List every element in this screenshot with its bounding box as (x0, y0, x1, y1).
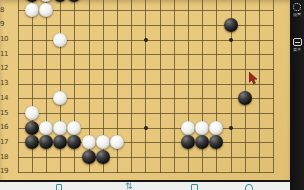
white-stone (25, 3, 39, 17)
row-coordinate-label: 17 (0, 139, 13, 146)
row-coordinate-label: 18 (0, 154, 13, 161)
grid-vline (131, 0, 132, 173)
grid-vline (273, 0, 274, 173)
black-stone (181, 135, 195, 149)
black-stone (195, 135, 209, 149)
black-stone (67, 135, 81, 149)
gear-icon (293, 3, 301, 11)
grid-vline (245, 0, 246, 173)
white-stone (181, 121, 195, 135)
black-stone (39, 135, 53, 149)
grid-hline (18, 84, 275, 85)
white-stone (39, 3, 53, 17)
white-stone (209, 121, 223, 135)
grid-hline (18, 10, 275, 11)
star-point (144, 126, 148, 130)
black-stone (53, 135, 67, 149)
grid-vline (145, 0, 146, 173)
white-stone (96, 135, 110, 149)
right-sidebar: 设置 菜单 (290, 0, 304, 190)
row-coordinate-label: 8 (0, 7, 13, 14)
grid-hline (18, 113, 275, 114)
black-stone (238, 91, 252, 105)
grid-hline (18, 172, 275, 173)
grid-hline (18, 54, 275, 55)
board-square-icon[interactable] (191, 184, 198, 190)
white-stone (53, 33, 67, 47)
clock-circle-icon[interactable] (245, 184, 253, 190)
row-coordinate-label: 15 (0, 110, 13, 117)
menu-button[interactable]: 菜单 (290, 38, 304, 52)
row-coordinate-label: 9 (0, 21, 13, 28)
black-stone (209, 135, 223, 149)
white-stone (53, 91, 67, 105)
white-stone (195, 121, 209, 135)
mouse-cursor-icon (249, 70, 259, 89)
black-stone (25, 121, 39, 135)
row-coordinate-label: 16 (0, 124, 13, 131)
row-coordinate-label: 11 (0, 51, 13, 58)
white-stone (25, 106, 39, 120)
grid-hline (18, 157, 275, 158)
grid-vline (160, 0, 161, 173)
grid-vline (259, 0, 260, 173)
go-board[interactable]: 78910111213141516171819 (0, 0, 291, 182)
row-coordinate-label: 19 (0, 168, 13, 175)
star-point (144, 38, 148, 42)
star-point (229, 126, 233, 130)
grid-vline (18, 0, 19, 173)
white-stone (53, 121, 67, 135)
black-stone (82, 150, 96, 164)
menu-label: 菜单 (291, 47, 304, 52)
settings-label: 设置 (291, 12, 304, 17)
black-stone (224, 18, 238, 32)
row-coordinate-label: 12 (0, 65, 13, 72)
white-stone (67, 121, 81, 135)
grid-vline (174, 0, 175, 173)
white-stone (110, 135, 124, 149)
bottom-toolbar: ⇅ (0, 180, 300, 190)
dash-icon[interactable] (56, 184, 62, 190)
row-coordinate-label: 10 (0, 36, 13, 43)
settings-button[interactable]: 设置 (290, 3, 304, 17)
row-coordinate-label: 14 (0, 95, 13, 102)
menu-board-icon (293, 38, 302, 46)
sort-arrows-icon[interactable]: ⇅ (125, 182, 133, 190)
white-stone (82, 135, 96, 149)
grid-hline (18, 69, 275, 70)
white-stone (39, 121, 53, 135)
black-stone (25, 135, 39, 149)
row-coordinate-label: 13 (0, 80, 13, 87)
black-stone (96, 150, 110, 164)
star-point (229, 38, 233, 42)
